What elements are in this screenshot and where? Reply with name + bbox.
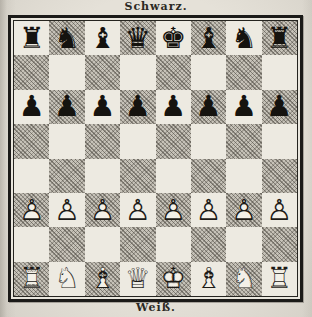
piece-glyph: ♙ <box>156 193 191 227</box>
piece-glyph: ♖ <box>262 262 297 296</box>
square-a7[interactable] <box>14 55 49 89</box>
white-pawn: ♟♙ <box>191 193 226 227</box>
square-d5[interactable] <box>120 124 155 158</box>
piece-glyph: ♟ <box>226 90 261 124</box>
square-h2[interactable] <box>262 227 297 261</box>
square-a5[interactable] <box>14 124 49 158</box>
square-b2[interactable] <box>49 227 84 261</box>
black-pawn: ♟ <box>49 90 84 124</box>
white-bishop: ♝♗ <box>85 262 120 296</box>
square-f7[interactable] <box>191 55 226 89</box>
piece-glyph: ♟ <box>191 90 226 124</box>
square-c6[interactable]: ♟ <box>85 90 120 124</box>
chess-board: ♜♞♝♛♚♝♞♜♟♟♟♟♟♟♟♟♟♙♟♙♟♙♟♙♟♙♟♙♟♙♟♙♜♖♞♘♝♗♛♕… <box>13 20 298 297</box>
black-rook: ♜ <box>14 21 49 55</box>
square-e1[interactable]: ♚♔ <box>156 262 191 296</box>
black-pawn: ♟ <box>226 90 261 124</box>
square-f4[interactable] <box>191 159 226 193</box>
piece-glyph: ♝ <box>85 21 120 55</box>
piece-glyph: ♔ <box>156 262 191 296</box>
black-pawn: ♟ <box>191 90 226 124</box>
black-pawn: ♟ <box>262 90 297 124</box>
white-pawn: ♟♙ <box>156 193 191 227</box>
black-queen: ♛ <box>120 21 155 55</box>
piece-glyph: ♙ <box>226 193 261 227</box>
black-knight: ♞ <box>49 21 84 55</box>
white-queen: ♛♕ <box>120 262 155 296</box>
piece-glyph: ♚ <box>156 21 191 55</box>
white-pawn: ♟♙ <box>120 193 155 227</box>
white-knight: ♞♘ <box>226 262 261 296</box>
square-e7[interactable] <box>156 55 191 89</box>
square-h6[interactable]: ♟ <box>262 90 297 124</box>
square-g2[interactable] <box>226 227 261 261</box>
piece-glyph: ♟ <box>14 90 49 124</box>
square-g7[interactable] <box>226 55 261 89</box>
square-g5[interactable] <box>226 124 261 158</box>
piece-glyph: ♗ <box>85 262 120 296</box>
piece-glyph: ♟ <box>262 90 297 124</box>
black-pawn: ♟ <box>14 90 49 124</box>
piece-glyph: ♞ <box>226 21 261 55</box>
square-b5[interactable] <box>49 124 84 158</box>
piece-glyph: ♞ <box>49 21 84 55</box>
square-f2[interactable] <box>191 227 226 261</box>
black-side-label: Schwarz. <box>0 0 312 13</box>
square-d4[interactable] <box>120 159 155 193</box>
square-h5[interactable] <box>262 124 297 158</box>
square-c2[interactable] <box>85 227 120 261</box>
white-pawn: ♟♙ <box>14 193 49 227</box>
white-pawn: ♟♙ <box>49 193 84 227</box>
square-g3[interactable]: ♟♙ <box>226 193 261 227</box>
piece-glyph: ♟ <box>156 90 191 124</box>
square-d2[interactable] <box>120 227 155 261</box>
piece-glyph: ♟ <box>85 90 120 124</box>
square-g6[interactable]: ♟ <box>226 90 261 124</box>
square-a3[interactable]: ♟♙ <box>14 193 49 227</box>
white-side-label: Weiß. <box>0 301 312 314</box>
square-b6[interactable]: ♟ <box>49 90 84 124</box>
piece-glyph: ♙ <box>14 193 49 227</box>
square-a1[interactable]: ♜♖ <box>14 262 49 296</box>
piece-glyph: ♜ <box>14 21 49 55</box>
piece-glyph: ♖ <box>14 262 49 296</box>
piece-glyph: ♙ <box>191 193 226 227</box>
square-g8[interactable]: ♞ <box>226 21 261 55</box>
square-e4[interactable] <box>156 159 191 193</box>
white-king: ♚♔ <box>156 262 191 296</box>
square-e8[interactable]: ♚ <box>156 21 191 55</box>
square-d7[interactable] <box>120 55 155 89</box>
square-e6[interactable]: ♟ <box>156 90 191 124</box>
square-h8[interactable]: ♜ <box>262 21 297 55</box>
square-b7[interactable] <box>49 55 84 89</box>
square-g4[interactable] <box>226 159 261 193</box>
square-d8[interactable]: ♛ <box>120 21 155 55</box>
square-f3[interactable]: ♟♙ <box>191 193 226 227</box>
square-c3[interactable]: ♟♙ <box>85 193 120 227</box>
piece-glyph: ♝ <box>191 21 226 55</box>
black-king: ♚ <box>156 21 191 55</box>
white-knight: ♞♘ <box>49 262 84 296</box>
piece-glyph: ♕ <box>120 262 155 296</box>
white-pawn: ♟♙ <box>262 193 297 227</box>
piece-glyph: ♟ <box>120 90 155 124</box>
square-c5[interactable] <box>85 124 120 158</box>
black-pawn: ♟ <box>120 90 155 124</box>
square-c8[interactable]: ♝ <box>85 21 120 55</box>
square-c7[interactable] <box>85 55 120 89</box>
square-f1[interactable]: ♝♗ <box>191 262 226 296</box>
square-f8[interactable]: ♝ <box>191 21 226 55</box>
black-pawn: ♟ <box>85 90 120 124</box>
piece-glyph: ♟ <box>49 90 84 124</box>
chess-board-frame: ♜♞♝♛♚♝♞♜♟♟♟♟♟♟♟♟♟♙♟♙♟♙♟♙♟♙♟♙♟♙♟♙♜♖♞♘♝♗♛♕… <box>8 15 303 302</box>
square-d6[interactable]: ♟ <box>120 90 155 124</box>
white-rook: ♜♖ <box>262 262 297 296</box>
square-h3[interactable]: ♟♙ <box>262 193 297 227</box>
square-b3[interactable]: ♟♙ <box>49 193 84 227</box>
square-a2[interactable] <box>14 227 49 261</box>
square-b1[interactable]: ♞♘ <box>49 262 84 296</box>
piece-glyph: ♙ <box>120 193 155 227</box>
square-f6[interactable]: ♟ <box>191 90 226 124</box>
square-d3[interactable]: ♟♙ <box>120 193 155 227</box>
square-e5[interactable] <box>156 124 191 158</box>
piece-glyph: ♙ <box>262 193 297 227</box>
black-bishop: ♝ <box>85 21 120 55</box>
square-e3[interactable]: ♟♙ <box>156 193 191 227</box>
black-pawn: ♟ <box>156 90 191 124</box>
square-h7[interactable] <box>262 55 297 89</box>
piece-glyph: ♜ <box>262 21 297 55</box>
square-c1[interactable]: ♝♗ <box>85 262 120 296</box>
square-f5[interactable] <box>191 124 226 158</box>
piece-glyph: ♘ <box>226 262 261 296</box>
square-a8[interactable]: ♜ <box>14 21 49 55</box>
piece-glyph: ♛ <box>120 21 155 55</box>
piece-glyph: ♙ <box>49 193 84 227</box>
white-bishop: ♝♗ <box>191 262 226 296</box>
square-h1[interactable]: ♜♖ <box>262 262 297 296</box>
square-d1[interactable]: ♛♕ <box>120 262 155 296</box>
square-g1[interactable]: ♞♘ <box>226 262 261 296</box>
square-h4[interactable] <box>262 159 297 193</box>
square-e2[interactable] <box>156 227 191 261</box>
square-b8[interactable]: ♞ <box>49 21 84 55</box>
square-a6[interactable]: ♟ <box>14 90 49 124</box>
black-knight: ♞ <box>226 21 261 55</box>
black-rook: ♜ <box>262 21 297 55</box>
white-pawn: ♟♙ <box>85 193 120 227</box>
piece-glyph: ♙ <box>85 193 120 227</box>
black-bishop: ♝ <box>191 21 226 55</box>
white-rook: ♜♖ <box>14 262 49 296</box>
square-a4[interactable] <box>14 159 49 193</box>
piece-glyph: ♘ <box>49 262 84 296</box>
white-pawn: ♟♙ <box>226 193 261 227</box>
square-c4[interactable] <box>85 159 120 193</box>
square-b4[interactable] <box>49 159 84 193</box>
piece-glyph: ♗ <box>191 262 226 296</box>
